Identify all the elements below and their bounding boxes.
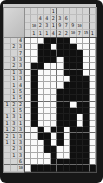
row-clue-cell: 10	[18, 165, 25, 171]
nonogram-grid[interactable]	[25, 38, 97, 172]
column-clue-cell	[90, 23, 97, 30]
device-frame: 1442361023197910111422107151 42373323131…	[0, 0, 103, 183]
puzzle-board: 1442361023197910111422107151 42373323131…	[3, 4, 96, 172]
column-clue-cell	[90, 8, 97, 15]
column-clues-area: 1442361023197910111422107151	[25, 8, 97, 38]
row-clue-cell	[4, 165, 11, 171]
row-clue-cell	[11, 165, 18, 171]
grid-cell[interactable]	[90, 165, 97, 171]
column-clue-cell: 1	[90, 30, 97, 37]
clue-corner-block	[4, 8, 25, 38]
row-clues-area: 4237332313131415151221513113112321311323…	[4, 38, 25, 172]
column-clue-cell	[90, 15, 97, 22]
